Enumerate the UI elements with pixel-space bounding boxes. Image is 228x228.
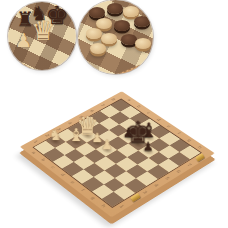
inset-white-piece: ♟ — [15, 31, 32, 50]
product-photo-chess-set: ♜♞♚♛♟ ♝♟♚♟♛♟♟♝♞ aa88bb77cc66dd55ee44ff33… — [0, 0, 228, 228]
inset-chess-pieces-closeup: ♜♞♚♛♟ — [8, 2, 76, 70]
chessboard-wrapper: ♝♟♚♟♛♟♟♝♞ aa88bb77cc66dd55ee44ff33gg22hh… — [48, 81, 186, 219]
board-frame-band — [78, 59, 153, 74]
inset-white-piece: ♛ — [31, 17, 55, 44]
checker-disc-cream — [135, 38, 151, 49]
board-grid: ♝♟♚♟♛♟♟♝♞ — [33, 99, 202, 208]
white-bishop-glyph: ♝ — [68, 126, 84, 144]
white-pawn-glyph: ♟ — [101, 138, 113, 151]
checker-disc-cream — [96, 18, 112, 29]
inset-checkers-closeup — [78, 0, 153, 74]
checker-disc-cream — [86, 28, 102, 39]
black-pawn-glyph: ♟ — [143, 140, 154, 152]
checker-disc-cream — [123, 6, 139, 17]
checker-disc-dark — [107, 3, 123, 14]
square-e4 — [106, 150, 127, 164]
board-frame-band — [8, 56, 76, 70]
checker-disc-dark — [114, 20, 130, 31]
checker-disc-cream — [101, 33, 117, 44]
checker-disc-dark — [89, 7, 105, 18]
checker-disc-dark — [134, 16, 150, 27]
chessboard-surface: ♝♟♚♟♛♟♟♝♞ aa88bb77cc66dd55ee44ff33gg22hh… — [20, 91, 215, 217]
checker-disc-cream — [90, 43, 106, 54]
